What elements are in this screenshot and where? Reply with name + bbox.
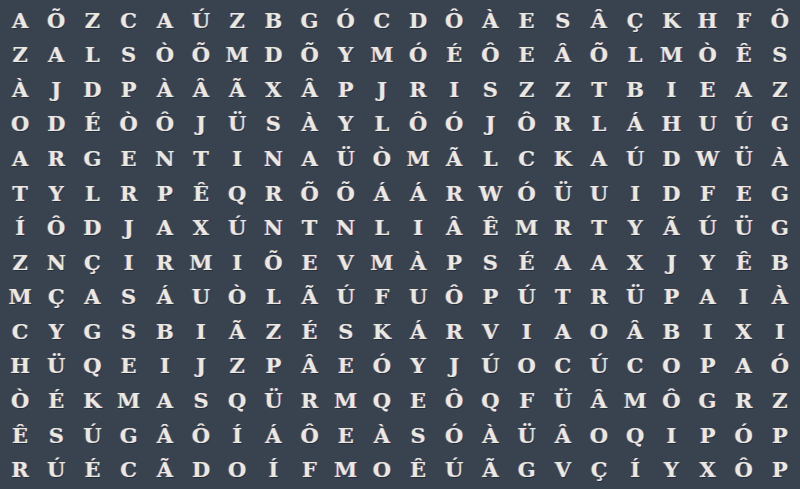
grid-cell[interactable]: Â xyxy=(183,72,219,107)
grid-cell[interactable]: F xyxy=(364,280,400,315)
grid-cell[interactable]: Â xyxy=(581,3,617,38)
grid-cell[interactable]: P xyxy=(762,418,798,453)
grid-cell[interactable]: S xyxy=(111,38,147,73)
grid-cell[interactable]: Y xyxy=(328,38,364,73)
grid-cell[interactable]: W xyxy=(472,176,508,211)
grid-cell[interactable]: É xyxy=(509,245,545,280)
grid-cell[interactable]: Ü xyxy=(328,141,364,176)
grid-cell[interactable]: J xyxy=(436,349,472,384)
grid-cell[interactable]: Ü xyxy=(726,210,762,245)
grid-cell[interactable]: Ã xyxy=(147,452,183,487)
grid-cell[interactable]: C xyxy=(111,452,147,487)
grid-cell[interactable]: N xyxy=(147,141,183,176)
grid-cell[interactable]: N xyxy=(38,245,74,280)
grid-cell[interactable]: S xyxy=(762,38,798,73)
grid-cell[interactable]: L xyxy=(472,141,508,176)
grid-cell[interactable]: S xyxy=(472,245,508,280)
grid-cell[interactable]: Z xyxy=(2,245,38,280)
grid-cell[interactable]: I xyxy=(436,72,472,107)
grid-cell[interactable]: Í xyxy=(2,210,38,245)
grid-cell[interactable]: S xyxy=(111,314,147,349)
grid-cell[interactable]: Â xyxy=(147,418,183,453)
grid-cell[interactable]: Ê xyxy=(2,418,38,453)
grid-cell[interactable]: G xyxy=(74,141,110,176)
grid-cell[interactable]: E xyxy=(111,141,147,176)
grid-cell[interactable]: A xyxy=(581,141,617,176)
grid-cell[interactable]: O xyxy=(219,452,255,487)
grid-cell[interactable]: C xyxy=(617,349,653,384)
grid-cell[interactable]: S xyxy=(328,314,364,349)
grid-cell[interactable]: L xyxy=(74,176,110,211)
grid-cell[interactable]: Â xyxy=(581,383,617,418)
grid-cell[interactable]: U xyxy=(400,280,436,315)
grid-cell[interactable]: É xyxy=(291,314,327,349)
grid-cell[interactable]: Ò xyxy=(147,38,183,73)
grid-cell[interactable]: M xyxy=(2,280,38,315)
grid-cell[interactable]: Ú xyxy=(689,210,725,245)
grid-cell[interactable]: I xyxy=(653,72,689,107)
grid-cell[interactable]: Ô xyxy=(436,280,472,315)
grid-cell[interactable]: T xyxy=(581,72,617,107)
grid-cell[interactable]: Ü xyxy=(255,383,291,418)
grid-cell[interactable]: Ó xyxy=(328,3,364,38)
grid-cell[interactable]: Á xyxy=(147,280,183,315)
grid-cell[interactable]: M xyxy=(328,383,364,418)
grid-cell[interactable]: D xyxy=(400,3,436,38)
grid-cell[interactable]: E xyxy=(111,349,147,384)
grid-cell[interactable]: D xyxy=(38,107,74,142)
grid-cell[interactable]: T xyxy=(581,210,617,245)
grid-cell[interactable]: Ê xyxy=(726,245,762,280)
grid-cell[interactable]: P xyxy=(147,176,183,211)
grid-cell[interactable]: Ç xyxy=(581,452,617,487)
grid-cell[interactable]: I xyxy=(726,280,762,315)
grid-cell[interactable]: E xyxy=(400,383,436,418)
grid-cell[interactable]: O xyxy=(581,314,617,349)
grid-cell[interactable]: E xyxy=(291,245,327,280)
grid-cell[interactable]: Q xyxy=(74,349,110,384)
grid-cell[interactable]: H xyxy=(689,3,725,38)
grid-cell[interactable]: Ú xyxy=(328,280,364,315)
grid-cell[interactable]: N xyxy=(255,210,291,245)
grid-cell[interactable]: E xyxy=(509,38,545,73)
grid-cell[interactable]: U xyxy=(183,280,219,315)
grid-cell[interactable]: Z xyxy=(74,3,110,38)
grid-cell[interactable]: À xyxy=(291,107,327,142)
grid-cell[interactable]: M xyxy=(328,452,364,487)
grid-cell[interactable]: Õ xyxy=(255,245,291,280)
grid-cell[interactable]: C xyxy=(2,314,38,349)
grid-cell[interactable]: C xyxy=(364,3,400,38)
grid-cell[interactable]: Í xyxy=(219,418,255,453)
grid-cell[interactable]: A xyxy=(38,38,74,73)
grid-cell[interactable]: D xyxy=(183,452,219,487)
grid-cell[interactable]: Ò xyxy=(2,383,38,418)
grid-cell[interactable]: S xyxy=(111,280,147,315)
grid-cell[interactable]: Ò xyxy=(364,141,400,176)
grid-cell[interactable]: Ú xyxy=(581,349,617,384)
grid-cell[interactable]: A xyxy=(689,280,725,315)
grid-cell[interactable]: P xyxy=(689,418,725,453)
grid-cell[interactable]: Â xyxy=(617,314,653,349)
grid-cell[interactable]: R xyxy=(545,210,581,245)
grid-cell[interactable]: Ô xyxy=(38,210,74,245)
grid-cell[interactable]: É xyxy=(38,383,74,418)
grid-cell[interactable]: V xyxy=(328,245,364,280)
grid-cell[interactable]: A xyxy=(2,141,38,176)
grid-cell[interactable]: Ü xyxy=(617,280,653,315)
grid-cell[interactable]: Ó xyxy=(364,349,400,384)
grid-cell[interactable]: Ã xyxy=(653,210,689,245)
grid-cell[interactable]: F xyxy=(726,3,762,38)
grid-cell[interactable]: R xyxy=(436,176,472,211)
grid-cell[interactable]: Ç xyxy=(38,280,74,315)
grid-cell[interactable]: P xyxy=(762,452,798,487)
grid-cell[interactable]: S xyxy=(183,383,219,418)
grid-cell[interactable]: Z xyxy=(545,72,581,107)
grid-cell[interactable]: N xyxy=(255,141,291,176)
grid-cell[interactable]: Á xyxy=(255,418,291,453)
grid-cell[interactable]: X xyxy=(617,245,653,280)
grid-cell[interactable]: O xyxy=(364,452,400,487)
grid-cell[interactable]: Í xyxy=(617,452,653,487)
grid-cell[interactable]: Z xyxy=(509,72,545,107)
grid-cell[interactable]: B xyxy=(255,3,291,38)
grid-cell[interactable]: W xyxy=(689,141,725,176)
grid-cell[interactable]: Õ xyxy=(291,176,327,211)
grid-cell[interactable]: I xyxy=(183,314,219,349)
grid-cell[interactable]: À xyxy=(364,418,400,453)
grid-cell[interactable]: C xyxy=(509,141,545,176)
grid-cell[interactable]: Z xyxy=(2,38,38,73)
grid-cell[interactable]: Ú xyxy=(183,3,219,38)
grid-cell[interactable]: Z xyxy=(255,314,291,349)
grid-cell[interactable]: Ô xyxy=(726,452,762,487)
grid-cell[interactable]: Ü xyxy=(545,383,581,418)
grid-cell[interactable]: Õ xyxy=(38,3,74,38)
grid-cell[interactable]: A xyxy=(581,245,617,280)
grid-cell[interactable]: S xyxy=(472,72,508,107)
grid-cell[interactable]: O xyxy=(581,418,617,453)
grid-cell[interactable]: Â xyxy=(545,418,581,453)
grid-cell[interactable]: Í xyxy=(255,452,291,487)
grid-cell[interactable]: Ç xyxy=(74,245,110,280)
grid-cell[interactable]: J xyxy=(364,72,400,107)
grid-cell[interactable]: B xyxy=(147,314,183,349)
grid-cell[interactable]: T xyxy=(545,280,581,315)
grid-cell[interactable]: Ú xyxy=(472,349,508,384)
grid-cell[interactable]: Ê xyxy=(400,452,436,487)
grid-cell[interactable]: É xyxy=(436,38,472,73)
grid-cell[interactable]: Â xyxy=(545,38,581,73)
grid-cell[interactable]: Ú xyxy=(726,107,762,142)
grid-cell[interactable]: Ò xyxy=(219,280,255,315)
grid-cell[interactable]: G xyxy=(762,176,798,211)
grid-cell[interactable]: Â xyxy=(291,349,327,384)
grid-cell[interactable]: S xyxy=(38,418,74,453)
grid-cell[interactable]: Ê xyxy=(726,38,762,73)
grid-cell[interactable]: L xyxy=(364,210,400,245)
grid-cell[interactable]: V xyxy=(472,314,508,349)
grid-cell[interactable]: F xyxy=(689,176,725,211)
grid-cell[interactable]: P xyxy=(255,349,291,384)
grid-cell[interactable]: Q xyxy=(472,383,508,418)
grid-cell[interactable]: Õ xyxy=(328,176,364,211)
grid-cell[interactable]: Ü xyxy=(509,418,545,453)
grid-cell[interactable]: P xyxy=(472,280,508,315)
grid-cell[interactable]: M xyxy=(364,38,400,73)
grid-cell[interactable]: G xyxy=(509,452,545,487)
grid-cell[interactable]: Ú xyxy=(219,210,255,245)
grid-cell[interactable]: M xyxy=(183,245,219,280)
grid-cell[interactable]: G xyxy=(111,418,147,453)
grid-cell[interactable]: G xyxy=(291,3,327,38)
grid-cell[interactable]: O xyxy=(2,107,38,142)
grid-cell[interactable]: O xyxy=(653,349,689,384)
grid-cell[interactable]: Y xyxy=(617,210,653,245)
grid-cell[interactable]: G xyxy=(689,383,725,418)
grid-cell[interactable]: D xyxy=(255,38,291,73)
grid-cell[interactable]: Õ xyxy=(291,38,327,73)
grid-cell[interactable]: T xyxy=(2,176,38,211)
grid-cell[interactable]: E xyxy=(726,176,762,211)
grid-cell[interactable]: P xyxy=(653,280,689,315)
grid-cell[interactable]: K xyxy=(653,3,689,38)
grid-cell[interactable]: A xyxy=(726,349,762,384)
grid-cell[interactable]: L xyxy=(255,280,291,315)
grid-cell[interactable]: R xyxy=(545,107,581,142)
grid-cell[interactable]: A xyxy=(545,314,581,349)
grid-cell[interactable]: Ü xyxy=(219,107,255,142)
grid-cell[interactable]: R xyxy=(436,314,472,349)
grid-cell[interactable]: Á xyxy=(364,176,400,211)
grid-cell[interactable]: T xyxy=(183,141,219,176)
grid-cell[interactable]: Ó xyxy=(509,176,545,211)
grid-cell[interactable]: Ü xyxy=(545,176,581,211)
grid-cell[interactable]: R xyxy=(400,72,436,107)
grid-cell[interactable]: X xyxy=(255,72,291,107)
grid-cell[interactable]: G xyxy=(762,210,798,245)
grid-cell[interactable]: A xyxy=(2,3,38,38)
grid-cell[interactable]: A xyxy=(147,383,183,418)
grid-cell[interactable]: O xyxy=(509,349,545,384)
grid-cell[interactable]: M xyxy=(653,38,689,73)
grid-cell[interactable]: Ô xyxy=(472,38,508,73)
grid-cell[interactable]: Ü xyxy=(726,141,762,176)
grid-cell[interactable]: Y xyxy=(400,349,436,384)
grid-cell[interactable]: N xyxy=(328,210,364,245)
grid-cell[interactable]: X xyxy=(183,210,219,245)
grid-cell[interactable]: J xyxy=(653,245,689,280)
grid-cell[interactable]: M xyxy=(509,210,545,245)
grid-cell[interactable]: E xyxy=(509,3,545,38)
grid-cell[interactable]: D xyxy=(74,210,110,245)
grid-cell[interactable]: Ã xyxy=(219,314,255,349)
grid-cell[interactable]: Ú xyxy=(38,452,74,487)
grid-cell[interactable]: Ô xyxy=(147,107,183,142)
grid-cell[interactable]: L xyxy=(581,107,617,142)
grid-cell[interactable]: Ó xyxy=(400,38,436,73)
grid-cell[interactable]: Ó xyxy=(762,349,798,384)
grid-cell[interactable]: É xyxy=(74,107,110,142)
grid-cell[interactable]: I xyxy=(219,141,255,176)
grid-cell[interactable]: I xyxy=(219,245,255,280)
grid-cell[interactable]: Y xyxy=(689,245,725,280)
grid-cell[interactable]: A xyxy=(74,280,110,315)
grid-cell[interactable]: Q xyxy=(617,418,653,453)
grid-cell[interactable]: K xyxy=(364,314,400,349)
grid-cell[interactable]: Z xyxy=(762,72,798,107)
grid-cell[interactable]: Ú xyxy=(617,141,653,176)
grid-cell[interactable]: Ò xyxy=(689,38,725,73)
grid-cell[interactable]: I xyxy=(400,210,436,245)
grid-cell[interactable]: I xyxy=(147,349,183,384)
grid-cell[interactable]: M xyxy=(400,141,436,176)
grid-cell[interactable]: Ô xyxy=(436,383,472,418)
grid-cell[interactable]: Õ xyxy=(183,38,219,73)
grid-cell[interactable]: Ó xyxy=(436,107,472,142)
grid-cell[interactable]: Ã xyxy=(436,141,472,176)
grid-cell[interactable]: P xyxy=(111,72,147,107)
grid-cell[interactable]: X xyxy=(726,314,762,349)
grid-cell[interactable]: R xyxy=(581,280,617,315)
grid-cell[interactable]: À xyxy=(472,418,508,453)
grid-cell[interactable]: F xyxy=(509,383,545,418)
grid-cell[interactable]: H xyxy=(653,107,689,142)
grid-cell[interactable]: K xyxy=(74,383,110,418)
grid-cell[interactable]: Ó xyxy=(726,418,762,453)
grid-cell[interactable]: Â xyxy=(436,210,472,245)
grid-cell[interactable]: Ô xyxy=(509,107,545,142)
grid-cell[interactable]: J xyxy=(183,349,219,384)
grid-cell[interactable]: C xyxy=(545,349,581,384)
grid-cell[interactable]: R xyxy=(726,383,762,418)
grid-cell[interactable]: J xyxy=(38,72,74,107)
grid-cell[interactable]: Ô xyxy=(183,418,219,453)
grid-cell[interactable]: B xyxy=(617,72,653,107)
grid-cell[interactable]: Ã xyxy=(472,452,508,487)
grid-cell[interactable]: C xyxy=(111,3,147,38)
grid-cell[interactable]: U xyxy=(581,176,617,211)
grid-cell[interactable]: Á xyxy=(400,314,436,349)
grid-cell[interactable]: R xyxy=(147,245,183,280)
grid-cell[interactable]: P xyxy=(689,349,725,384)
grid-cell[interactable]: P xyxy=(436,245,472,280)
grid-cell[interactable]: B xyxy=(653,314,689,349)
grid-cell[interactable]: E xyxy=(689,72,725,107)
grid-cell[interactable]: Â xyxy=(291,72,327,107)
grid-cell[interactable]: Ô xyxy=(653,383,689,418)
grid-cell[interactable]: Q xyxy=(219,176,255,211)
grid-cell[interactable]: Ô xyxy=(436,3,472,38)
grid-cell[interactable]: Y xyxy=(38,314,74,349)
grid-cell[interactable]: M xyxy=(219,38,255,73)
grid-cell[interactable]: Z xyxy=(762,383,798,418)
grid-cell[interactable]: R xyxy=(38,141,74,176)
grid-cell[interactable]: Õ xyxy=(581,38,617,73)
grid-cell[interactable]: Ô xyxy=(400,107,436,142)
grid-cell[interactable]: Ã xyxy=(291,280,327,315)
grid-cell[interactable]: G xyxy=(762,107,798,142)
grid-cell[interactable]: Ô xyxy=(291,418,327,453)
grid-cell[interactable]: H xyxy=(2,349,38,384)
grid-cell[interactable]: Q xyxy=(364,383,400,418)
grid-cell[interactable]: M xyxy=(111,383,147,418)
grid-cell[interactable]: V xyxy=(545,452,581,487)
grid-cell[interactable]: A xyxy=(545,245,581,280)
grid-cell[interactable]: D xyxy=(653,176,689,211)
grid-cell[interactable]: D xyxy=(653,141,689,176)
grid-cell[interactable]: Z xyxy=(219,3,255,38)
grid-cell[interactable]: À xyxy=(762,280,798,315)
grid-cell[interactable]: K xyxy=(545,141,581,176)
grid-cell[interactable]: A xyxy=(291,141,327,176)
grid-cell[interactable]: T xyxy=(291,210,327,245)
grid-cell[interactable]: À xyxy=(762,141,798,176)
grid-cell[interactable]: I xyxy=(762,314,798,349)
grid-cell[interactable]: Ü xyxy=(38,349,74,384)
grid-cell[interactable]: J xyxy=(111,210,147,245)
grid-cell[interactable]: R xyxy=(291,383,327,418)
grid-cell[interactable]: À xyxy=(472,3,508,38)
grid-cell[interactable]: Ú xyxy=(74,418,110,453)
grid-cell[interactable]: I xyxy=(617,176,653,211)
grid-cell[interactable]: É xyxy=(74,452,110,487)
grid-cell[interactable]: À xyxy=(147,72,183,107)
grid-cell[interactable]: D xyxy=(74,72,110,107)
grid-cell[interactable]: U xyxy=(689,107,725,142)
grid-cell[interactable]: Ô xyxy=(762,3,798,38)
grid-cell[interactable]: Y xyxy=(328,107,364,142)
grid-cell[interactable]: A xyxy=(147,210,183,245)
grid-cell[interactable]: J xyxy=(472,107,508,142)
grid-cell[interactable]: R xyxy=(255,176,291,211)
grid-cell[interactable]: A xyxy=(726,72,762,107)
grid-cell[interactable]: S xyxy=(545,3,581,38)
grid-cell[interactable]: X xyxy=(689,452,725,487)
grid-cell[interactable]: B xyxy=(762,245,798,280)
grid-cell[interactable]: E xyxy=(328,349,364,384)
grid-cell[interactable]: À xyxy=(400,245,436,280)
grid-cell[interactable]: Ó xyxy=(436,418,472,453)
grid-cell[interactable]: I xyxy=(689,314,725,349)
grid-cell[interactable]: E xyxy=(328,418,364,453)
grid-cell[interactable]: Q xyxy=(219,383,255,418)
grid-cell[interactable]: J xyxy=(183,107,219,142)
grid-cell[interactable]: Ç xyxy=(617,3,653,38)
grid-cell[interactable]: Y xyxy=(653,452,689,487)
grid-cell[interactable]: G xyxy=(74,314,110,349)
grid-cell[interactable]: P xyxy=(328,72,364,107)
grid-cell[interactable]: A xyxy=(147,3,183,38)
grid-cell[interactable]: Ã xyxy=(219,72,255,107)
grid-cell[interactable]: Ò xyxy=(111,107,147,142)
grid-cell[interactable]: I xyxy=(509,314,545,349)
grid-cell[interactable]: M xyxy=(364,245,400,280)
grid-cell[interactable]: F xyxy=(291,452,327,487)
grid-cell[interactable]: S xyxy=(255,107,291,142)
grid-cell[interactable]: Á xyxy=(400,176,436,211)
grid-cell[interactable]: S xyxy=(400,418,436,453)
grid-cell[interactable]: Á xyxy=(617,107,653,142)
grid-cell[interactable]: I xyxy=(653,418,689,453)
grid-cell[interactable]: R xyxy=(2,452,38,487)
grid-cell[interactable]: Ê xyxy=(183,176,219,211)
grid-cell[interactable]: I xyxy=(111,245,147,280)
grid-cell[interactable]: Ú xyxy=(436,452,472,487)
grid-cell[interactable]: À xyxy=(2,72,38,107)
grid-cell[interactable]: Ú xyxy=(509,280,545,315)
